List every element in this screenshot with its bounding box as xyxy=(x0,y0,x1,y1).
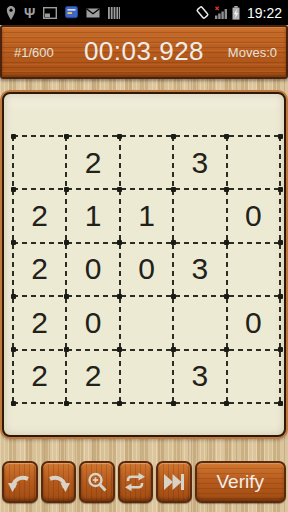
grid-dot xyxy=(278,401,283,406)
no-signal-icon xyxy=(214,6,228,19)
cell-r1c4[interactable]: 3 xyxy=(173,136,226,189)
grid-dot xyxy=(171,240,176,245)
screenshot-icon xyxy=(43,7,57,19)
grid-hline xyxy=(13,135,280,137)
email-icon xyxy=(86,8,100,18)
redo-button[interactable] xyxy=(41,461,77,503)
grid-vline xyxy=(279,136,281,403)
grid-dot xyxy=(11,294,16,299)
grid-vline xyxy=(12,136,14,403)
usb-icon: Ψ xyxy=(24,6,35,20)
grid-hline xyxy=(13,188,280,190)
cell-r4c5[interactable]: 0 xyxy=(227,296,280,349)
grid-dot xyxy=(171,134,176,139)
board[interactable]: 2321102003200223 xyxy=(2,92,286,437)
redo-icon xyxy=(45,470,71,494)
status-bar[interactable]: Ψ xyxy=(0,0,288,25)
grid-dot xyxy=(64,347,69,352)
grid-dot xyxy=(11,240,16,245)
restart-icon xyxy=(123,472,147,492)
grid-dot xyxy=(278,187,283,192)
clock: 19:22 xyxy=(247,5,282,21)
grid-dot xyxy=(278,134,283,139)
verify-button[interactable]: Verify xyxy=(195,461,287,503)
app-screen: Ψ xyxy=(0,0,288,512)
grid-dot xyxy=(11,187,16,192)
cell-r1c2[interactable]: 2 xyxy=(66,136,119,189)
grid-dot xyxy=(171,401,176,406)
cell-r5c4[interactable]: 3 xyxy=(173,350,226,403)
cell-r2c1[interactable]: 2 xyxy=(13,189,66,242)
grid-hline xyxy=(13,349,280,351)
zoom-in-icon xyxy=(86,471,108,493)
grid-dot xyxy=(278,294,283,299)
sim-toolkit-icon xyxy=(108,7,120,19)
zoom-button[interactable] xyxy=(79,461,115,503)
grid-hline xyxy=(13,402,280,404)
grid-dot xyxy=(171,187,176,192)
grid-dot xyxy=(224,187,229,192)
location-icon xyxy=(6,6,16,20)
grid-dot xyxy=(224,347,229,352)
grid-dot xyxy=(224,134,229,139)
grid-dot xyxy=(64,294,69,299)
grid-dot xyxy=(117,187,122,192)
grid-dot xyxy=(224,294,229,299)
slitherlink-grid[interactable]: 2321102003200223 xyxy=(13,136,280,403)
screen-rotation-icon xyxy=(195,5,210,20)
toolbar: Verify xyxy=(0,461,288,503)
cell-r2c3[interactable]: 1 xyxy=(120,189,173,242)
cell-r5c5[interactable] xyxy=(227,350,280,403)
undo-icon xyxy=(7,470,33,494)
cell-r3c4[interactable]: 3 xyxy=(173,243,226,296)
grid-dot xyxy=(117,347,122,352)
grid-dot xyxy=(171,294,176,299)
cell-r3c3[interactable]: 0 xyxy=(120,243,173,296)
chat-icon xyxy=(65,6,78,19)
cell-r3c1[interactable]: 2 xyxy=(13,243,66,296)
grid-vline xyxy=(65,136,67,403)
grid-dot xyxy=(224,401,229,406)
status-bar-right: 19:22 xyxy=(195,5,282,21)
cell-r3c2[interactable]: 0 xyxy=(66,243,119,296)
grid-hline xyxy=(13,242,280,244)
grid-dot xyxy=(64,134,69,139)
cell-r3c5[interactable] xyxy=(227,243,280,296)
grid-dot xyxy=(117,294,122,299)
grid-dot xyxy=(171,347,176,352)
grid-hline xyxy=(13,295,280,297)
grid-dot xyxy=(64,187,69,192)
skip-icon xyxy=(163,473,185,491)
cell-r4c4[interactable] xyxy=(173,296,226,349)
grid-dot xyxy=(64,401,69,406)
grid-vline xyxy=(172,136,174,403)
game-header: #1/600 00:03.928 Moves:0 xyxy=(0,25,288,79)
grid-dot xyxy=(278,347,283,352)
cell-r2c5[interactable]: 0 xyxy=(227,189,280,242)
cell-r4c3[interactable] xyxy=(120,296,173,349)
undo-button[interactable] xyxy=(2,461,38,503)
cell-r2c4[interactable] xyxy=(173,189,226,242)
cell-r5c2[interactable]: 2 xyxy=(66,350,119,403)
restart-button[interactable] xyxy=(118,461,154,503)
skip-button[interactable] xyxy=(156,461,192,503)
moves-counter: Moves:0 xyxy=(228,45,277,60)
grid-dot xyxy=(117,401,122,406)
cell-r1c5[interactable] xyxy=(227,136,280,189)
cell-r4c1[interactable]: 2 xyxy=(13,296,66,349)
grid-dot xyxy=(278,240,283,245)
grid-vline xyxy=(226,136,228,403)
grid-dot xyxy=(11,134,16,139)
grid-dot xyxy=(117,240,122,245)
cell-r5c3[interactable] xyxy=(120,350,173,403)
grid-dot xyxy=(224,240,229,245)
grid-dot xyxy=(11,347,16,352)
cell-r4c2[interactable]: 0 xyxy=(66,296,119,349)
grid-dot xyxy=(64,240,69,245)
grid-vline xyxy=(119,136,121,403)
grid-dot xyxy=(11,401,16,406)
cell-r5c1[interactable]: 2 xyxy=(13,350,66,403)
grid-dot xyxy=(117,134,122,139)
cell-r2c2[interactable]: 1 xyxy=(66,189,119,242)
cell-r1c1[interactable] xyxy=(13,136,66,189)
battery-charging-icon xyxy=(232,6,240,20)
cell-r1c3[interactable] xyxy=(120,136,173,189)
